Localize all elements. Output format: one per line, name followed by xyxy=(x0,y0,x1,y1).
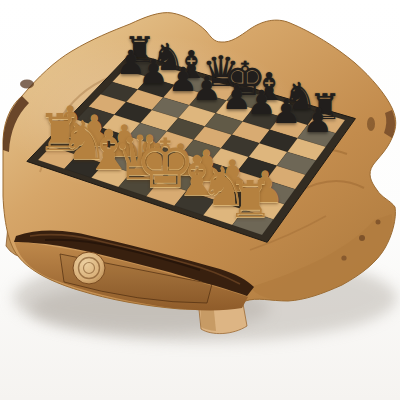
wood-knot-right xyxy=(367,117,375,131)
piece-white-rook-h1[interactable]: ♜ xyxy=(217,174,283,225)
wood-knot-left xyxy=(20,80,34,89)
bark-speck-1 xyxy=(359,235,365,241)
chess-set-photo: ♜♞♝♛♚♝♞♜♟♟♟♟♟♟♟♟♟♟♟♟♟♟♟♟♜♞♝♛♚♝♞♜ xyxy=(0,0,400,400)
bark-speck-2 xyxy=(376,220,381,225)
piece-black-pawn-h7[interactable]: ♟ xyxy=(296,104,339,137)
bark-speck-3 xyxy=(341,255,346,260)
